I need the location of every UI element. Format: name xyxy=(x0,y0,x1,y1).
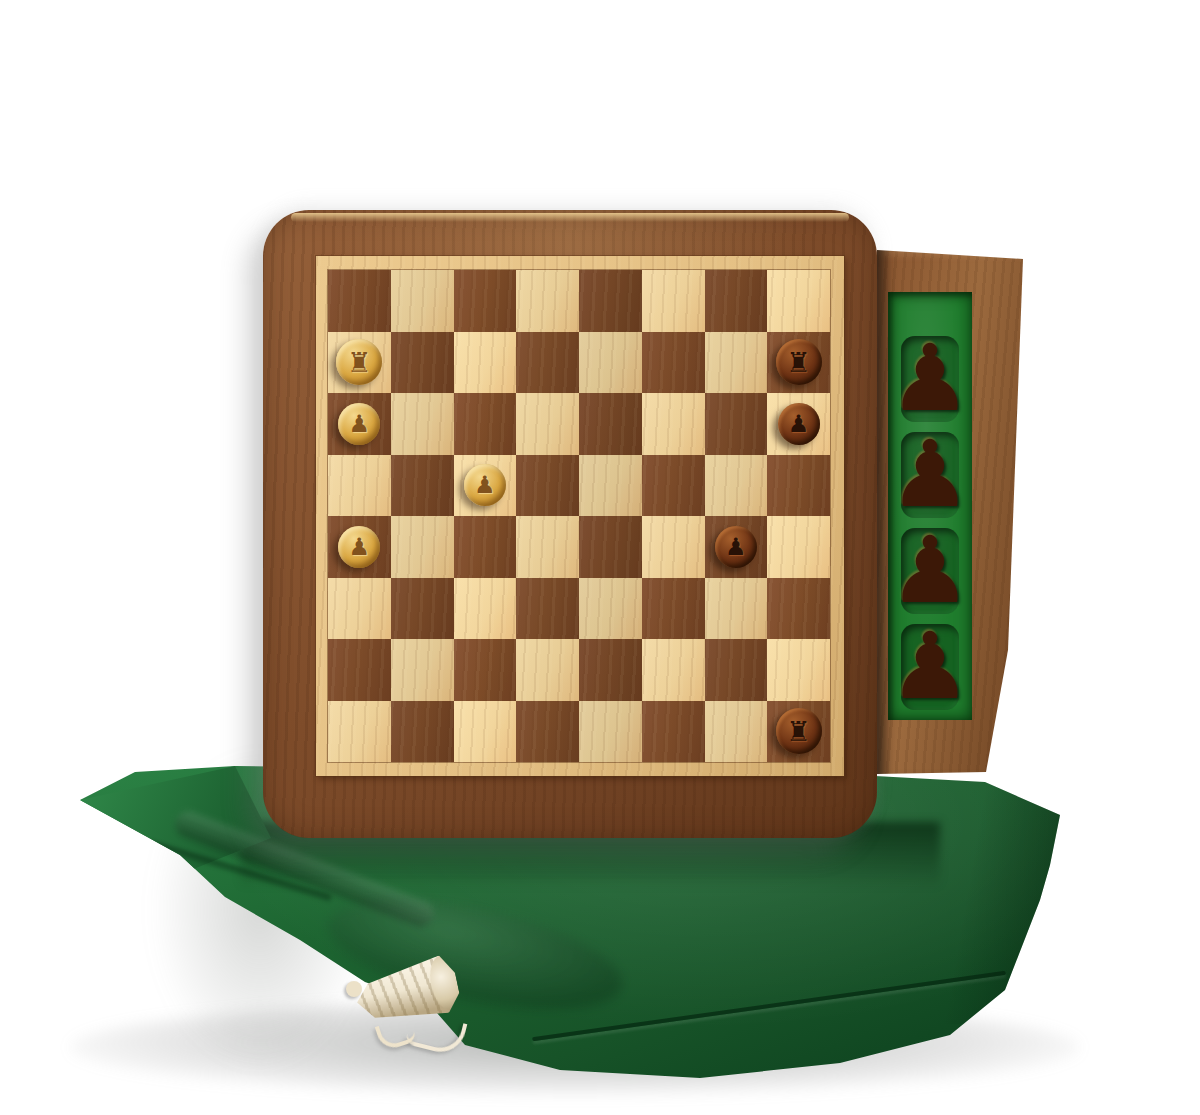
square-e8[interactable] xyxy=(579,270,642,332)
square-d5[interactable] xyxy=(516,455,579,517)
black-rook-h7[interactable]: ♜ xyxy=(776,339,822,385)
square-f4[interactable] xyxy=(642,516,705,578)
product-photo-stage: ♟♟♟♟ ♜♟♟♟♜♟♟♜ xyxy=(0,0,1200,1115)
square-a1[interactable] xyxy=(328,701,391,763)
black-pawn-h6[interactable]: ♟ xyxy=(778,403,820,445)
square-b3[interactable] xyxy=(391,578,454,640)
square-f5[interactable] xyxy=(642,455,705,517)
square-c7[interactable] xyxy=(454,332,517,394)
drawstring-toggle xyxy=(348,955,483,1055)
pawn-glyph: ♟ xyxy=(349,410,371,438)
square-e1[interactable] xyxy=(579,701,642,763)
square-g3[interactable] xyxy=(705,578,768,640)
square-f6[interactable] xyxy=(642,393,705,455)
square-g6[interactable] xyxy=(705,393,768,455)
drawer-felt-lining: ♟♟♟♟ xyxy=(888,292,972,720)
square-b7[interactable] xyxy=(391,332,454,394)
board-grid xyxy=(328,270,830,762)
square-f2[interactable] xyxy=(642,639,705,701)
square-a2[interactable] xyxy=(328,639,391,701)
drawer-black-pawn-2[interactable]: ♟ xyxy=(901,432,959,518)
square-h3[interactable] xyxy=(767,578,830,640)
square-d7[interactable] xyxy=(516,332,579,394)
square-h4[interactable] xyxy=(767,516,830,578)
square-g2[interactable] xyxy=(705,639,768,701)
board-maple-frame xyxy=(316,256,844,776)
square-f8[interactable] xyxy=(642,270,705,332)
square-e5[interactable] xyxy=(579,455,642,517)
drawer-black-pawn-1[interactable]: ♟ xyxy=(901,336,959,422)
square-b1[interactable] xyxy=(391,701,454,763)
pawn-glyph: ♟ xyxy=(788,410,810,438)
white-pawn-a6[interactable]: ♟ xyxy=(338,403,380,445)
drawstring-toggle-tip xyxy=(346,981,362,997)
square-h8[interactable] xyxy=(767,270,830,332)
square-d6[interactable] xyxy=(516,393,579,455)
rook-glyph: ♜ xyxy=(347,347,371,378)
drawstring-cord-loop xyxy=(375,1016,417,1052)
pawn-glyph: ♟ xyxy=(725,533,747,561)
square-c6[interactable] xyxy=(454,393,517,455)
square-b6[interactable] xyxy=(391,393,454,455)
drawer-slot-4: ♟ xyxy=(901,624,959,710)
black-rook-h1[interactable]: ♜ xyxy=(776,708,822,754)
square-e3[interactable] xyxy=(579,578,642,640)
square-e2[interactable] xyxy=(579,639,642,701)
square-c8[interactable] xyxy=(454,270,517,332)
square-h2[interactable] xyxy=(767,639,830,701)
square-c4[interactable] xyxy=(454,516,517,578)
rook-glyph: ♜ xyxy=(787,347,811,378)
square-b5[interactable] xyxy=(391,455,454,517)
white-pawn-c5[interactable]: ♟ xyxy=(464,464,506,506)
square-d4[interactable] xyxy=(516,516,579,578)
square-h5[interactable] xyxy=(767,455,830,517)
piece-storage-drawer[interactable]: ♟♟♟♟ xyxy=(877,250,1023,774)
square-f1[interactable] xyxy=(642,701,705,763)
square-d3[interactable] xyxy=(516,578,579,640)
square-d1[interactable] xyxy=(516,701,579,763)
pawn-glyph: ♟ xyxy=(474,471,496,499)
square-b4[interactable] xyxy=(391,516,454,578)
drawer-black-pawn-3[interactable]: ♟ xyxy=(901,528,959,614)
drawer-black-pawn-4[interactable]: ♟ xyxy=(901,624,959,710)
square-d2[interactable] xyxy=(516,639,579,701)
square-a3[interactable] xyxy=(328,578,391,640)
square-g1[interactable] xyxy=(705,701,768,763)
drawstring-toggle-mouth xyxy=(425,952,466,1013)
rook-glyph: ♜ xyxy=(787,716,811,747)
square-b2[interactable] xyxy=(391,639,454,701)
drawer-slot-column: ♟♟♟♟ xyxy=(888,292,972,720)
square-a5[interactable] xyxy=(328,455,391,517)
black-pawn-g4[interactable]: ♟ xyxy=(715,526,757,568)
pawn-glyph: ♟ xyxy=(349,533,371,561)
lid-edge-highlight xyxy=(291,213,849,222)
square-e7[interactable] xyxy=(579,332,642,394)
white-pawn-a4[interactable]: ♟ xyxy=(338,526,380,568)
drawer-slot-1: ♟ xyxy=(901,336,959,422)
square-d8[interactable] xyxy=(516,270,579,332)
drawer-slot-3: ♟ xyxy=(901,528,959,614)
square-e6[interactable] xyxy=(579,393,642,455)
square-e4[interactable] xyxy=(579,516,642,578)
square-f7[interactable] xyxy=(642,332,705,394)
square-c2[interactable] xyxy=(454,639,517,701)
square-g7[interactable] xyxy=(705,332,768,394)
square-a8[interactable] xyxy=(328,270,391,332)
square-c1[interactable] xyxy=(454,701,517,763)
square-c3[interactable] xyxy=(454,578,517,640)
drawer-slot-2: ♟ xyxy=(901,432,959,518)
square-g8[interactable] xyxy=(705,270,768,332)
bag-fold-right xyxy=(935,774,1065,1024)
square-f3[interactable] xyxy=(642,578,705,640)
square-g5[interactable] xyxy=(705,455,768,517)
square-b8[interactable] xyxy=(391,270,454,332)
